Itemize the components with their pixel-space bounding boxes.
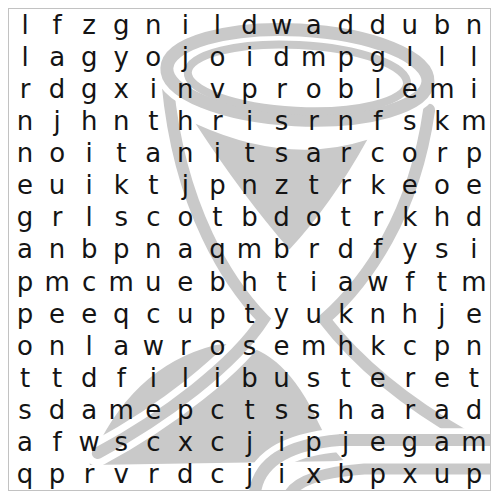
letter-cell[interactable]: j: [233, 426, 265, 458]
letter-cell[interactable]: h: [233, 266, 265, 298]
letter-cell[interactable]: d: [458, 394, 490, 426]
letter-cell[interactable]: n: [41, 233, 73, 265]
letter-cell[interactable]: e: [362, 362, 394, 394]
letter-cell[interactable]: e: [266, 330, 298, 362]
letter-cell[interactable]: f: [41, 426, 73, 458]
letter-cell[interactable]: i: [201, 362, 233, 394]
letter-cell[interactable]: l: [9, 9, 41, 41]
letter-cell[interactable]: u: [169, 298, 201, 330]
letter-cell[interactable]: c: [137, 298, 169, 330]
letter-cell[interactable]: e: [426, 362, 458, 394]
letter-cell[interactable]: n: [41, 330, 73, 362]
letter-cell[interactable]: x: [394, 458, 426, 490]
letter-cell[interactable]: m: [105, 266, 137, 298]
letter-cell[interactable]: n: [233, 169, 265, 201]
word-search-board: lfzgnildwaddubnlagyojoidmpglllrdgxinvpro…: [8, 8, 491, 491]
letter-grid[interactable]: lfzgnildwaddubnlagyojoidmpglllrdgxinvpro…: [9, 9, 490, 490]
letter-cell[interactable]: u: [137, 266, 169, 298]
letter-cell[interactable]: p: [330, 41, 362, 73]
letter-cell[interactable]: a: [9, 233, 41, 265]
letter-cell[interactable]: p: [362, 458, 394, 490]
letter-cell[interactable]: c: [394, 330, 426, 362]
letter-cell[interactable]: a: [137, 137, 169, 169]
letter-cell[interactable]: k: [105, 169, 137, 201]
letter-cell[interactable]: d: [169, 458, 201, 490]
letter-cell[interactable]: j: [426, 298, 458, 330]
letter-cell[interactable]: i: [266, 458, 298, 490]
letter-cell[interactable]: m: [105, 394, 137, 426]
letter-cell[interactable]: p: [41, 458, 73, 490]
letter-cell[interactable]: o: [169, 201, 201, 233]
letter-cell[interactable]: p: [201, 298, 233, 330]
letter-cell[interactable]: n: [137, 9, 169, 41]
letter-cell[interactable]: i: [169, 9, 201, 41]
letter-cell[interactable]: m: [298, 41, 330, 73]
letter-cell[interactable]: r: [330, 169, 362, 201]
letter-cell[interactable]: y: [266, 298, 298, 330]
letter-cell[interactable]: t: [298, 169, 330, 201]
letter-cell[interactable]: s: [426, 233, 458, 265]
letter-cell[interactable]: g: [394, 426, 426, 458]
letter-cell[interactable]: u: [394, 9, 426, 41]
letter-cell[interactable]: c: [201, 394, 233, 426]
letter-cell[interactable]: d: [41, 73, 73, 105]
letter-cell[interactable]: p: [426, 330, 458, 362]
letter-cell[interactable]: d: [41, 394, 73, 426]
letter-cell[interactable]: y: [105, 41, 137, 73]
letter-cell[interactable]: o: [137, 41, 169, 73]
letter-cell[interactable]: h: [426, 201, 458, 233]
letter-cell[interactable]: a: [105, 330, 137, 362]
letter-cell[interactable]: c: [137, 201, 169, 233]
letter-cell[interactable]: o: [41, 137, 73, 169]
letter-cell[interactable]: c: [201, 458, 233, 490]
letter-cell[interactable]: g: [105, 9, 137, 41]
letter-cell[interactable]: t: [233, 394, 265, 426]
letter-cell[interactable]: p: [105, 233, 137, 265]
letter-cell[interactable]: t: [105, 137, 137, 169]
letter-cell[interactable]: t: [233, 137, 265, 169]
letter-cell[interactable]: b: [201, 266, 233, 298]
letter-cell[interactable]: r: [169, 330, 201, 362]
letter-cell[interactable]: t: [458, 362, 490, 394]
letter-cell[interactable]: l: [394, 41, 426, 73]
letter-cell[interactable]: j: [330, 426, 362, 458]
letter-cell[interactable]: p: [169, 394, 201, 426]
letter-cell[interactable]: m: [458, 266, 490, 298]
letter-cell[interactable]: o: [298, 201, 330, 233]
letter-cell[interactable]: s: [298, 362, 330, 394]
letter-cell[interactable]: e: [73, 298, 105, 330]
letter-cell[interactable]: i: [137, 362, 169, 394]
letter-cell[interactable]: h: [73, 105, 105, 137]
letter-cell[interactable]: i: [233, 41, 265, 73]
letter-cell[interactable]: b: [233, 201, 265, 233]
letter-cell[interactable]: g: [73, 73, 105, 105]
letter-cell[interactable]: a: [73, 394, 105, 426]
letter-cell[interactable]: h: [330, 394, 362, 426]
letter-cell[interactable]: m: [458, 105, 490, 137]
letter-cell[interactable]: m: [233, 233, 265, 265]
letter-cell[interactable]: m: [298, 330, 330, 362]
letter-cell[interactable]: l: [73, 330, 105, 362]
letter-cell[interactable]: a: [426, 426, 458, 458]
letter-cell[interactable]: d: [362, 9, 394, 41]
letter-cell[interactable]: g: [362, 41, 394, 73]
letter-cell[interactable]: q: [105, 298, 137, 330]
letter-cell[interactable]: j: [233, 458, 265, 490]
letter-cell[interactable]: n: [137, 233, 169, 265]
letter-cell[interactable]: i: [298, 266, 330, 298]
letter-cell[interactable]: k: [394, 201, 426, 233]
letter-cell[interactable]: o: [426, 169, 458, 201]
letter-cell[interactable]: u: [41, 169, 73, 201]
letter-cell[interactable]: g: [9, 201, 41, 233]
letter-cell[interactable]: o: [201, 41, 233, 73]
letter-cell[interactable]: r: [137, 458, 169, 490]
letter-cell[interactable]: b: [233, 362, 265, 394]
letter-cell[interactable]: p: [298, 426, 330, 458]
letter-cell[interactable]: b: [73, 233, 105, 265]
letter-cell[interactable]: k: [362, 169, 394, 201]
letter-cell[interactable]: i: [73, 169, 105, 201]
letter-cell[interactable]: d: [266, 201, 298, 233]
letter-cell[interactable]: m: [426, 73, 458, 105]
letter-cell[interactable]: e: [458, 169, 490, 201]
letter-cell[interactable]: w: [73, 426, 105, 458]
letter-cell[interactable]: a: [362, 394, 394, 426]
letter-cell[interactable]: s: [105, 426, 137, 458]
letter-cell[interactable]: i: [73, 137, 105, 169]
letter-cell[interactable]: k: [362, 330, 394, 362]
letter-cell[interactable]: i: [266, 426, 298, 458]
letter-cell[interactable]: f: [394, 266, 426, 298]
letter-cell[interactable]: i: [458, 233, 490, 265]
letter-cell[interactable]: s: [266, 105, 298, 137]
letter-cell[interactable]: r: [201, 105, 233, 137]
letter-cell[interactable]: n: [9, 137, 41, 169]
letter-cell[interactable]: h: [169, 105, 201, 137]
letter-cell[interactable]: q: [9, 458, 41, 490]
letter-cell[interactable]: b: [330, 458, 362, 490]
letter-cell[interactable]: x: [169, 426, 201, 458]
letter-cell[interactable]: e: [41, 298, 73, 330]
letter-cell[interactable]: w: [362, 266, 394, 298]
letter-cell[interactable]: t: [137, 105, 169, 137]
letter-cell[interactable]: k: [330, 298, 362, 330]
letter-cell[interactable]: u: [298, 298, 330, 330]
letter-cell[interactable]: c: [73, 266, 105, 298]
letter-cell[interactable]: f: [362, 105, 394, 137]
letter-cell[interactable]: l: [426, 41, 458, 73]
letter-cell[interactable]: r: [394, 394, 426, 426]
letter-cell[interactable]: f: [105, 362, 137, 394]
letter-cell[interactable]: n: [458, 9, 490, 41]
letter-cell[interactable]: s: [298, 394, 330, 426]
letter-cell[interactable]: e: [362, 426, 394, 458]
letter-cell[interactable]: l: [362, 73, 394, 105]
letter-cell[interactable]: i: [201, 137, 233, 169]
letter-cell[interactable]: t: [9, 362, 41, 394]
letter-cell[interactable]: t: [330, 201, 362, 233]
letter-cell[interactable]: c: [362, 137, 394, 169]
letter-cell[interactable]: o: [201, 330, 233, 362]
letter-cell[interactable]: k: [426, 105, 458, 137]
letter-cell[interactable]: r: [330, 137, 362, 169]
letter-cell[interactable]: c: [201, 426, 233, 458]
letter-cell[interactable]: l: [169, 362, 201, 394]
letter-cell[interactable]: b: [426, 9, 458, 41]
letter-cell[interactable]: p: [201, 169, 233, 201]
letter-cell[interactable]: h: [394, 298, 426, 330]
letter-cell[interactable]: o: [394, 137, 426, 169]
letter-cell[interactable]: d: [458, 201, 490, 233]
letter-cell[interactable]: d: [266, 41, 298, 73]
letter-cell[interactable]: l: [201, 9, 233, 41]
letter-cell[interactable]: t: [233, 298, 265, 330]
letter-cell[interactable]: o: [298, 73, 330, 105]
letter-cell[interactable]: r: [426, 137, 458, 169]
letter-cell[interactable]: n: [169, 137, 201, 169]
letter-cell[interactable]: b: [330, 73, 362, 105]
letter-cell[interactable]: n: [105, 105, 137, 137]
letter-cell[interactable]: t: [266, 266, 298, 298]
letter-cell[interactable]: x: [298, 458, 330, 490]
letter-cell[interactable]: n: [362, 298, 394, 330]
letter-cell[interactable]: t: [41, 362, 73, 394]
letter-cell[interactable]: w: [137, 330, 169, 362]
letter-cell[interactable]: a: [169, 233, 201, 265]
letter-cell[interactable]: r: [298, 233, 330, 265]
letter-cell[interactable]: n: [169, 73, 201, 105]
letter-cell[interactable]: u: [426, 458, 458, 490]
letter-cell[interactable]: s: [9, 394, 41, 426]
letter-cell[interactable]: h: [330, 330, 362, 362]
letter-cell[interactable]: e: [458, 298, 490, 330]
letter-cell[interactable]: e: [394, 73, 426, 105]
letter-cell[interactable]: a: [426, 394, 458, 426]
letter-cell[interactable]: e: [9, 169, 41, 201]
letter-cell[interactable]: r: [298, 105, 330, 137]
letter-cell[interactable]: q: [201, 233, 233, 265]
letter-cell[interactable]: e: [394, 169, 426, 201]
letter-cell[interactable]: i: [233, 105, 265, 137]
letter-cell[interactable]: c: [137, 426, 169, 458]
letter-cell[interactable]: i: [458, 73, 490, 105]
letter-cell[interactable]: s: [266, 137, 298, 169]
letter-cell[interactable]: d: [330, 9, 362, 41]
letter-cell[interactable]: r: [41, 201, 73, 233]
letter-cell[interactable]: t: [426, 266, 458, 298]
letter-cell[interactable]: r: [394, 362, 426, 394]
letter-cell[interactable]: j: [169, 41, 201, 73]
letter-cell[interactable]: b: [266, 233, 298, 265]
letter-cell[interactable]: a: [41, 41, 73, 73]
letter-cell[interactable]: l: [9, 41, 41, 73]
letter-cell[interactable]: r: [73, 458, 105, 490]
letter-cell[interactable]: e: [169, 266, 201, 298]
letter-cell[interactable]: t: [201, 201, 233, 233]
letter-cell[interactable]: n: [9, 105, 41, 137]
letter-cell[interactable]: d: [73, 362, 105, 394]
letter-cell[interactable]: j: [41, 105, 73, 137]
letter-cell[interactable]: t: [330, 362, 362, 394]
letter-cell[interactable]: a: [298, 9, 330, 41]
letter-cell[interactable]: r: [266, 73, 298, 105]
letter-cell[interactable]: p: [9, 266, 41, 298]
letter-cell[interactable]: x: [105, 73, 137, 105]
letter-cell[interactable]: o: [9, 330, 41, 362]
letter-cell[interactable]: p: [458, 458, 490, 490]
letter-cell[interactable]: a: [330, 266, 362, 298]
letter-cell[interactable]: s: [233, 330, 265, 362]
letter-cell[interactable]: v: [201, 73, 233, 105]
letter-cell[interactable]: p: [233, 73, 265, 105]
letter-cell[interactable]: z: [266, 169, 298, 201]
letter-cell[interactable]: n: [458, 330, 490, 362]
letter-cell[interactable]: s: [105, 201, 137, 233]
letter-cell[interactable]: g: [73, 41, 105, 73]
letter-cell[interactable]: a: [298, 137, 330, 169]
letter-cell[interactable]: u: [266, 362, 298, 394]
letter-cell[interactable]: r: [362, 201, 394, 233]
letter-cell[interactable]: d: [233, 9, 265, 41]
letter-cell[interactable]: s: [394, 105, 426, 137]
letter-cell[interactable]: v: [105, 458, 137, 490]
letter-cell[interactable]: d: [330, 233, 362, 265]
letter-cell[interactable]: f: [362, 233, 394, 265]
letter-cell[interactable]: m: [458, 426, 490, 458]
letter-cell[interactable]: y: [394, 233, 426, 265]
letter-cell[interactable]: l: [458, 41, 490, 73]
letter-cell[interactable]: n: [330, 105, 362, 137]
letter-cell[interactable]: p: [458, 137, 490, 169]
letter-cell[interactable]: j: [169, 169, 201, 201]
letter-cell[interactable]: f: [41, 9, 73, 41]
letter-cell[interactable]: z: [73, 9, 105, 41]
letter-cell[interactable]: w: [266, 9, 298, 41]
letter-cell[interactable]: l: [73, 201, 105, 233]
letter-cell[interactable]: i: [137, 73, 169, 105]
letter-cell[interactable]: a: [9, 426, 41, 458]
letter-cell[interactable]: e: [137, 394, 169, 426]
letter-cell[interactable]: m: [41, 266, 73, 298]
letter-cell[interactable]: t: [137, 169, 169, 201]
letter-cell[interactable]: p: [9, 298, 41, 330]
letter-cell[interactable]: s: [266, 394, 298, 426]
letter-cell[interactable]: r: [9, 73, 41, 105]
